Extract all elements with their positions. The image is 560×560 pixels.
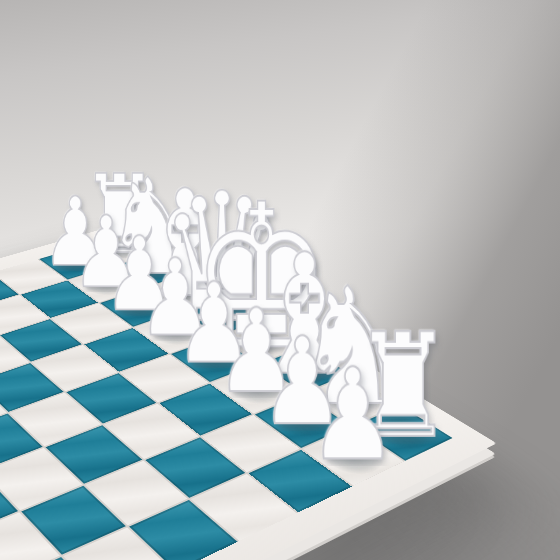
scene: ♜♞♝♛♚♝♞♜♟♟♟♟♟♟♟♟ (0, 0, 560, 560)
perspective-wrapper: ♜♞♝♛♚♝♞♜♟♟♟♟♟♟♟♟ (0, 0, 560, 560)
square-h2: ♟ (303, 427, 404, 486)
board-grid: ♜♞♝♛♚♝♞♜♟♟♟♟♟♟♟♟ (0, 234, 452, 560)
square-e5 (9, 393, 101, 446)
chess-board: ♜♞♝♛♚♝♞♜♟♟♟♟♟♟♟♟ (0, 221, 497, 560)
